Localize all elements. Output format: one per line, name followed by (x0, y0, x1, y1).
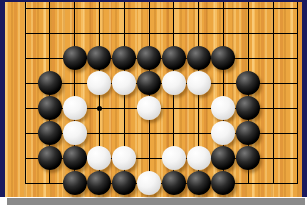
white-stone (162, 71, 186, 95)
white-stone (137, 96, 161, 120)
black-stone (236, 96, 260, 120)
go-problem-diagram (0, 0, 307, 210)
white-stone (162, 146, 186, 170)
black-stone (63, 46, 87, 70)
black-stone (38, 146, 62, 170)
black-stone (211, 146, 235, 170)
black-stone (87, 171, 111, 195)
grid-line-vertical (297, 2, 298, 184)
black-stone (137, 46, 161, 70)
white-stone (112, 146, 136, 170)
black-stone (38, 71, 62, 95)
white-stone (112, 71, 136, 95)
black-stone (87, 46, 111, 70)
black-stone (63, 146, 87, 170)
black-stone (63, 171, 87, 195)
black-stone (211, 171, 235, 195)
star-point (97, 106, 102, 111)
black-stone (162, 46, 186, 70)
white-stone (87, 71, 111, 95)
black-stone (38, 121, 62, 145)
black-stone (162, 171, 186, 195)
black-stone (112, 46, 136, 70)
white-stone (137, 171, 161, 195)
black-stone (112, 171, 136, 195)
black-stone (236, 146, 260, 170)
white-stone (87, 146, 111, 170)
grid-line-vertical (273, 2, 274, 184)
grid-line-horizontal (25, 33, 299, 34)
board-frame (0, 0, 307, 197)
board-shadow (7, 198, 305, 205)
white-stone (63, 121, 87, 145)
white-stone (187, 71, 211, 95)
go-board[interactable] (5, 2, 302, 197)
white-stone (211, 121, 235, 145)
white-stone (63, 96, 87, 120)
black-stone (236, 71, 260, 95)
black-stone (236, 121, 260, 145)
white-stone (211, 96, 235, 120)
black-stone (187, 171, 211, 195)
grid-line-horizontal (25, 8, 299, 9)
black-stone (211, 46, 235, 70)
black-stone (137, 71, 161, 95)
black-stone (187, 46, 211, 70)
black-stone (38, 96, 62, 120)
white-stone (187, 146, 211, 170)
grid-line-vertical (25, 2, 26, 184)
